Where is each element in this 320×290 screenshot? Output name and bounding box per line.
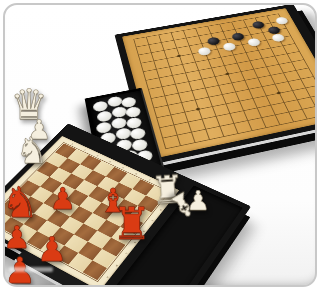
go-stone-white [275, 16, 290, 25]
chess-coord-label: g [114, 261, 121, 269]
go-hoshi-point [225, 72, 229, 75]
chess-coord-label: a [166, 196, 172, 203]
go-drawer-stones-layer [89, 91, 141, 101]
go-drawer-white-stone [111, 106, 128, 118]
go-stone-white [246, 38, 261, 47]
go-hoshi-point [177, 55, 181, 58]
go-stones-layer [133, 13, 278, 39]
go-drawer-white-stone [114, 127, 131, 140]
chess-piece-white-queen: ♛ [8, 84, 50, 126]
go-set [115, 4, 290, 169]
chess-coord-label: b [158, 206, 164, 213]
chess-coord-label: c [150, 217, 156, 224]
go-board-grid [133, 13, 290, 149]
chess-piece-white-pawn-1: ♟ [26, 116, 53, 143]
go-drawer-white-stone [129, 127, 146, 140]
go-stone-black [231, 32, 246, 41]
go-drawer-white-stone [124, 106, 141, 118]
go-drawer-white-stone [106, 95, 122, 107]
go-hoshi-point [277, 91, 282, 94]
go-stone-black [206, 37, 221, 46]
go-drawer-white-stone [96, 110, 112, 123]
product-photo-frame: 12345678 abcdefgh ♛♟♞♞♟♝♜♟♟♟♜♝♟ [3, 3, 290, 287]
chess-coord-label: e [132, 239, 139, 246]
go-stone-white [197, 47, 212, 57]
chess-coord-label: f [123, 250, 130, 257]
go-stone-white [222, 42, 237, 51]
chess-coord-label: h [104, 273, 111, 281]
go-hoshi-point [196, 107, 201, 110]
go-stone-white [271, 33, 286, 42]
go-stone-black [251, 21, 266, 30]
chess-coord-label: d [141, 228, 148, 235]
watermark [9, 267, 53, 272]
